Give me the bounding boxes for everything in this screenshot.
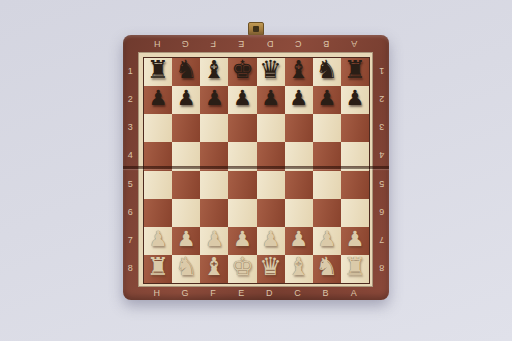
file-bottom-label-b: B bbox=[312, 287, 340, 299]
file-top-label-d: D bbox=[256, 38, 284, 50]
piece-black-pawn-f2[interactable]: ♟ bbox=[205, 84, 224, 112]
rank-left-label-1: 1 bbox=[124, 57, 137, 85]
square-a2[interactable]: ♟ bbox=[341, 86, 369, 114]
square-e7[interactable]: ♟ bbox=[228, 227, 256, 255]
square-a8[interactable]: ♜ bbox=[341, 255, 369, 283]
piece-white-pawn-g7[interactable]: ♟ bbox=[177, 225, 196, 253]
chess-board-box: HGFEDCBA HGFEDCBA 12345678 12345678 ♜♞♝♚… bbox=[123, 35, 389, 300]
square-h6[interactable] bbox=[144, 199, 172, 227]
photo-background: HGFEDCBA HGFEDCBA 12345678 12345678 ♜♞♝♚… bbox=[0, 0, 512, 341]
square-f2[interactable]: ♟ bbox=[200, 86, 228, 114]
square-h1[interactable]: ♜ bbox=[144, 58, 172, 86]
file-bottom-label-g: G bbox=[171, 287, 199, 299]
piece-white-pawn-e7[interactable]: ♟ bbox=[233, 225, 252, 253]
square-d5[interactable] bbox=[257, 171, 285, 199]
square-d3[interactable] bbox=[257, 114, 285, 142]
square-f8[interactable]: ♝ bbox=[200, 255, 228, 283]
piece-white-pawn-f7[interactable]: ♟ bbox=[205, 225, 224, 253]
square-b1[interactable]: ♞ bbox=[313, 58, 341, 86]
piece-white-knight-g8[interactable]: ♞ bbox=[175, 253, 197, 281]
piece-white-rook-h8[interactable]: ♜ bbox=[147, 253, 169, 281]
piece-black-bishop-c1[interactable]: ♝ bbox=[287, 56, 309, 84]
square-c5[interactable] bbox=[285, 171, 313, 199]
piece-white-pawn-a7[interactable]: ♟ bbox=[346, 225, 365, 253]
square-h2[interactable]: ♟ bbox=[144, 86, 172, 114]
square-b3[interactable] bbox=[313, 114, 341, 142]
file-top-label-b: B bbox=[312, 38, 340, 50]
piece-black-king-e1[interactable]: ♚ bbox=[231, 56, 253, 84]
square-h3[interactable] bbox=[144, 114, 172, 142]
piece-white-bishop-f8[interactable]: ♝ bbox=[203, 253, 225, 281]
square-h8[interactable]: ♜ bbox=[144, 255, 172, 283]
piece-black-pawn-e2[interactable]: ♟ bbox=[233, 84, 252, 112]
file-top-label-h: H bbox=[143, 38, 171, 50]
file-bottom-label-d: D bbox=[256, 287, 284, 299]
file-labels-bottom: HGFEDCBA bbox=[143, 287, 368, 299]
square-d8[interactable]: ♛ bbox=[257, 255, 285, 283]
board-fold-seam bbox=[123, 166, 389, 169]
file-bottom-label-f: F bbox=[199, 287, 227, 299]
square-d2[interactable]: ♟ bbox=[257, 86, 285, 114]
square-f1[interactable]: ♝ bbox=[200, 58, 228, 86]
square-a7[interactable]: ♟ bbox=[341, 227, 369, 255]
square-g8[interactable]: ♞ bbox=[172, 255, 200, 283]
square-h5[interactable] bbox=[144, 171, 172, 199]
square-c3[interactable] bbox=[285, 114, 313, 142]
square-a3[interactable] bbox=[341, 114, 369, 142]
square-g7[interactable]: ♟ bbox=[172, 227, 200, 255]
square-g2[interactable]: ♟ bbox=[172, 86, 200, 114]
rank-left-label-8: 8 bbox=[124, 254, 137, 282]
piece-black-rook-h1[interactable]: ♜ bbox=[147, 56, 169, 84]
piece-black-pawn-h2[interactable]: ♟ bbox=[149, 84, 168, 112]
square-c2[interactable]: ♟ bbox=[285, 86, 313, 114]
square-e1[interactable]: ♚ bbox=[228, 58, 256, 86]
file-labels-top: HGFEDCBA bbox=[143, 38, 368, 50]
file-bottom-label-a: A bbox=[340, 287, 368, 299]
piece-black-queen-d1[interactable]: ♛ bbox=[259, 56, 281, 84]
rank-right-label-6: 6 bbox=[375, 198, 388, 226]
square-e5[interactable] bbox=[228, 171, 256, 199]
square-c6[interactable] bbox=[285, 199, 313, 227]
square-c8[interactable]: ♝ bbox=[285, 255, 313, 283]
piece-black-bishop-f1[interactable]: ♝ bbox=[203, 56, 225, 84]
square-b5[interactable] bbox=[313, 171, 341, 199]
piece-black-knight-g1[interactable]: ♞ bbox=[175, 56, 197, 84]
piece-white-queen-d8[interactable]: ♛ bbox=[259, 253, 281, 281]
square-d1[interactable]: ♛ bbox=[257, 58, 285, 86]
piece-black-knight-b1[interactable]: ♞ bbox=[316, 56, 338, 84]
rank-left-label-5: 5 bbox=[124, 170, 137, 198]
square-e2[interactable]: ♟ bbox=[228, 86, 256, 114]
square-h7[interactable]: ♟ bbox=[144, 227, 172, 255]
square-a1[interactable]: ♜ bbox=[341, 58, 369, 86]
square-g3[interactable] bbox=[172, 114, 200, 142]
square-g6[interactable] bbox=[172, 199, 200, 227]
rank-labels-left: 12345678 bbox=[124, 57, 137, 282]
piece-black-pawn-a2[interactable]: ♟ bbox=[346, 84, 365, 112]
square-d6[interactable] bbox=[257, 199, 285, 227]
rank-right-label-3: 3 bbox=[375, 113, 388, 141]
brass-clasp bbox=[248, 22, 264, 36]
square-f3[interactable] bbox=[200, 114, 228, 142]
file-top-label-g: G bbox=[171, 38, 199, 50]
square-e6[interactable] bbox=[228, 199, 256, 227]
piece-white-pawn-h7[interactable]: ♟ bbox=[149, 225, 168, 253]
piece-white-pawn-b7[interactable]: ♟ bbox=[317, 225, 336, 253]
piece-white-bishop-c8[interactable]: ♝ bbox=[287, 253, 309, 281]
rank-right-label-5: 5 bbox=[375, 170, 388, 198]
square-d7[interactable]: ♟ bbox=[257, 227, 285, 255]
piece-white-king-e8[interactable]: ♚ bbox=[231, 253, 253, 281]
square-b7[interactable]: ♟ bbox=[313, 227, 341, 255]
piece-black-pawn-d2[interactable]: ♟ bbox=[261, 84, 280, 112]
playing-field: ♜♞♝♚♛♝♞♜♟♟♟♟♟♟♟♟♟♟♟♟♟♟♟♟♜♞♝♚♛♝♞♜ bbox=[138, 52, 373, 287]
rank-right-label-1: 1 bbox=[375, 57, 388, 85]
rank-left-label-3: 3 bbox=[124, 113, 137, 141]
square-f6[interactable] bbox=[200, 199, 228, 227]
square-b8[interactable]: ♞ bbox=[313, 255, 341, 283]
square-f5[interactable] bbox=[200, 171, 228, 199]
file-top-label-f: F bbox=[199, 38, 227, 50]
piece-black-pawn-g2[interactable]: ♟ bbox=[177, 84, 196, 112]
piece-black-rook-a1[interactable]: ♜ bbox=[344, 56, 366, 84]
square-e8[interactable]: ♚ bbox=[228, 255, 256, 283]
square-a5[interactable] bbox=[341, 171, 369, 199]
rank-right-label-7: 7 bbox=[375, 226, 388, 254]
rank-left-label-2: 2 bbox=[124, 85, 137, 113]
file-top-label-c: C bbox=[284, 38, 312, 50]
square-g5[interactable] bbox=[172, 171, 200, 199]
file-bottom-label-c: C bbox=[284, 287, 312, 299]
square-c1[interactable]: ♝ bbox=[285, 58, 313, 86]
clasp-keyhole-icon bbox=[253, 26, 259, 32]
square-b2[interactable]: ♟ bbox=[313, 86, 341, 114]
piece-white-pawn-c7[interactable]: ♟ bbox=[289, 225, 308, 253]
rank-right-label-8: 8 bbox=[375, 254, 388, 282]
piece-white-pawn-d7[interactable]: ♟ bbox=[261, 225, 280, 253]
rank-labels-right: 12345678 bbox=[375, 57, 388, 282]
piece-white-rook-a8[interactable]: ♜ bbox=[344, 253, 366, 281]
square-c7[interactable]: ♟ bbox=[285, 227, 313, 255]
rank-left-label-6: 6 bbox=[124, 198, 137, 226]
board-grid: ♜♞♝♚♛♝♞♜♟♟♟♟♟♟♟♟♟♟♟♟♟♟♟♟♜♞♝♚♛♝♞♜ bbox=[143, 57, 370, 284]
file-top-label-e: E bbox=[227, 38, 255, 50]
square-a6[interactable] bbox=[341, 199, 369, 227]
file-bottom-label-e: E bbox=[227, 287, 255, 299]
file-top-label-a: A bbox=[340, 38, 368, 50]
piece-black-pawn-b2[interactable]: ♟ bbox=[317, 84, 336, 112]
square-e3[interactable] bbox=[228, 114, 256, 142]
square-g1[interactable]: ♞ bbox=[172, 58, 200, 86]
rank-right-label-2: 2 bbox=[375, 85, 388, 113]
piece-black-pawn-c2[interactable]: ♟ bbox=[289, 84, 308, 112]
piece-white-knight-b8[interactable]: ♞ bbox=[316, 253, 338, 281]
square-f7[interactable]: ♟ bbox=[200, 227, 228, 255]
file-bottom-label-h: H bbox=[143, 287, 171, 299]
square-b6[interactable] bbox=[313, 199, 341, 227]
rank-left-label-7: 7 bbox=[124, 226, 137, 254]
